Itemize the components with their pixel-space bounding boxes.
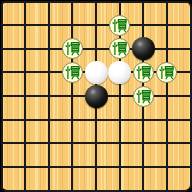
white-stone (108, 61, 131, 84)
grid-line-horizontal (1, 142, 191, 144)
candidate-move-marker[interactable] (62, 62, 83, 83)
grid-line-vertical (166, 1, 168, 191)
grid-line-horizontal (1, 119, 191, 121)
black-stone (132, 37, 155, 60)
kan-character-icon (65, 65, 80, 80)
go-board[interactable] (0, 0, 192, 192)
candidate-move-marker[interactable] (156, 62, 177, 83)
kan-character-icon (136, 65, 151, 80)
white-stone (85, 61, 108, 84)
candidate-move-marker[interactable] (109, 38, 130, 59)
grid-line-vertical (190, 1, 192, 191)
grid-line-horizontal (1, 166, 191, 168)
grid-line-horizontal (1, 190, 191, 192)
candidate-move-marker[interactable] (133, 86, 154, 107)
candidate-move-marker[interactable] (133, 62, 154, 83)
candidate-move-marker[interactable] (62, 38, 83, 59)
kan-character-icon (112, 18, 127, 33)
kan-character-icon (159, 65, 174, 80)
black-stone (85, 85, 108, 108)
kan-character-icon (136, 89, 151, 104)
kan-character-icon (65, 41, 80, 56)
candidate-move-marker[interactable] (109, 15, 130, 36)
kan-character-icon (112, 41, 127, 56)
